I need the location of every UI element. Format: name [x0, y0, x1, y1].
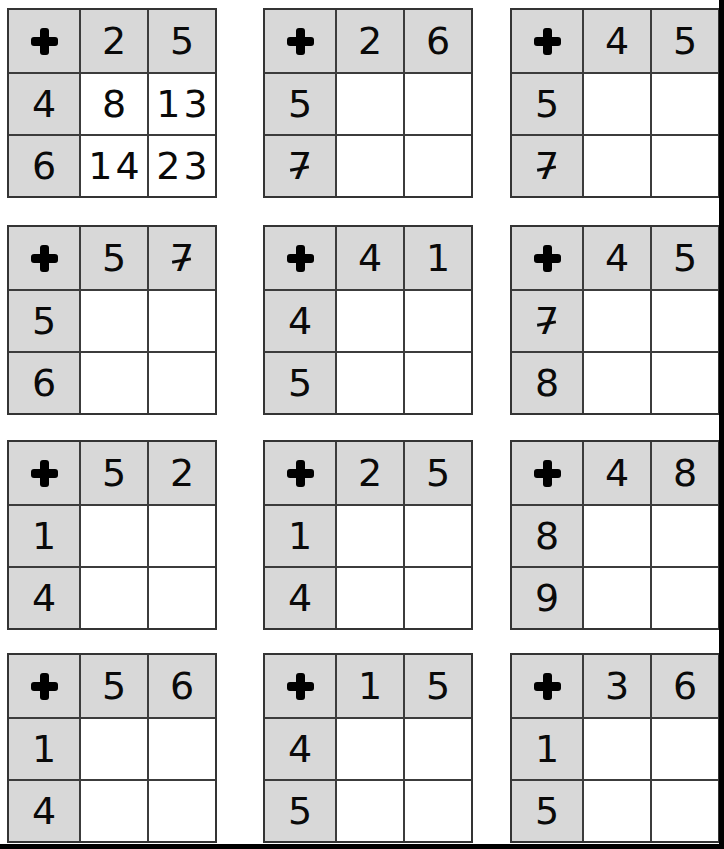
answer-cell-empty[interactable] [652, 781, 718, 841]
col-header-cell: 4 [584, 10, 650, 72]
answer-cell-empty[interactable] [584, 291, 650, 351]
addition-table-9: 4889 [510, 440, 720, 630]
row-header-cell: 4 [265, 291, 335, 351]
operator-cell [265, 10, 335, 72]
plus-operator-icon [534, 673, 561, 700]
row-header-cell: 7 [512, 136, 582, 196]
operator-cell [512, 10, 582, 72]
answer-cell-filled[interactable]: 23 [149, 136, 215, 196]
answer-cell-empty[interactable] [337, 291, 403, 351]
col-header-cell: 2 [337, 10, 403, 72]
scan-edge-right-bar [719, 0, 724, 849]
addition-table-12: 3615 [510, 653, 720, 843]
col-header-cell: 6 [405, 10, 471, 72]
answer-cell-empty[interactable] [584, 719, 650, 779]
row-header-cell: 1 [9, 506, 79, 566]
answer-cell-empty[interactable] [149, 781, 215, 841]
answer-cell-empty[interactable] [652, 136, 718, 196]
plus-operator-icon [287, 28, 314, 55]
row-header-cell: 5 [265, 74, 335, 134]
addition-table-1: 25481361423 [7, 8, 217, 198]
col-header-cell: 5 [81, 442, 147, 504]
row-header-cell: 7 [512, 291, 582, 351]
answer-cell-empty[interactable] [337, 781, 403, 841]
answer-cell-empty[interactable] [584, 136, 650, 196]
answer-cell-empty[interactable] [81, 506, 147, 566]
addition-table-5: 4145 [263, 225, 473, 415]
col-header-cell: 5 [405, 442, 471, 504]
row-header-cell: 5 [512, 74, 582, 134]
answer-cell-empty[interactable] [337, 506, 403, 566]
operator-cell [9, 655, 79, 717]
answer-cell-filled[interactable]: 14 [81, 136, 147, 196]
col-header-cell: 4 [584, 442, 650, 504]
answer-cell-filled[interactable]: 8 [81, 74, 147, 134]
col-header-cell: 3 [584, 655, 650, 717]
answer-cell-filled[interactable]: 13 [149, 74, 215, 134]
plus-operator-icon [31, 673, 58, 700]
addition-table-6: 4578 [510, 225, 720, 415]
operator-cell [9, 10, 79, 72]
addition-table-11: 1545 [263, 653, 473, 843]
col-header-cell: 2 [337, 442, 403, 504]
answer-cell-empty[interactable] [584, 506, 650, 566]
answer-cell-empty[interactable] [584, 353, 650, 413]
row-header-cell: 4 [9, 781, 79, 841]
col-header-cell: 4 [337, 227, 403, 289]
answer-cell-empty[interactable] [81, 568, 147, 628]
answer-cell-empty[interactable] [405, 136, 471, 196]
answer-cell-empty[interactable] [149, 506, 215, 566]
col-header-cell: 5 [652, 227, 718, 289]
answer-cell-empty[interactable] [149, 568, 215, 628]
row-header-cell: 6 [9, 136, 79, 196]
worksheet-page: 2548136142326574557575641454578521425144… [0, 0, 724, 849]
answer-cell-empty[interactable] [405, 719, 471, 779]
answer-cell-empty[interactable] [81, 291, 147, 351]
answer-cell-empty[interactable] [149, 353, 215, 413]
row-header-cell: 7 [265, 136, 335, 196]
answer-cell-empty[interactable] [652, 719, 718, 779]
answer-cell-empty[interactable] [81, 719, 147, 779]
addition-table-7: 5214 [7, 440, 217, 630]
answer-cell-empty[interactable] [337, 74, 403, 134]
answer-cell-empty[interactable] [81, 781, 147, 841]
operator-cell [512, 442, 582, 504]
addition-table-2: 2657 [263, 8, 473, 198]
answer-cell-empty[interactable] [149, 291, 215, 351]
operator-cell [9, 227, 79, 289]
col-header-cell: 8 [652, 442, 718, 504]
plus-operator-icon [287, 245, 314, 272]
answer-cell-empty[interactable] [405, 291, 471, 351]
answer-cell-empty[interactable] [81, 353, 147, 413]
answer-cell-empty[interactable] [405, 781, 471, 841]
operator-cell [512, 655, 582, 717]
plus-operator-icon [287, 673, 314, 700]
plus-operator-icon [31, 460, 58, 487]
col-header-cell: 5 [149, 10, 215, 72]
answer-cell-empty[interactable] [337, 568, 403, 628]
row-header-cell: 1 [9, 719, 79, 779]
plus-operator-icon [31, 28, 58, 55]
answer-cell-empty[interactable] [405, 506, 471, 566]
answer-cell-empty[interactable] [405, 568, 471, 628]
col-header-cell: 5 [81, 227, 147, 289]
plus-operator-icon [31, 245, 58, 272]
addition-table-8: 2514 [263, 440, 473, 630]
row-header-cell: 4 [265, 719, 335, 779]
answer-cell-empty[interactable] [405, 74, 471, 134]
answer-cell-empty[interactable] [337, 353, 403, 413]
plus-operator-icon [534, 460, 561, 487]
row-header-cell: 9 [512, 568, 582, 628]
answer-cell-empty[interactable] [652, 568, 718, 628]
col-header-cell: 5 [81, 655, 147, 717]
scan-edge-bottom-bar [0, 844, 724, 849]
row-header-cell: 5 [512, 781, 582, 841]
row-header-cell: 8 [512, 506, 582, 566]
answer-cell-empty[interactable] [337, 719, 403, 779]
col-header-cell: 1 [337, 655, 403, 717]
row-header-cell: 8 [512, 353, 582, 413]
addition-table-10: 5614 [7, 653, 217, 843]
col-header-cell: 7 [149, 227, 215, 289]
row-header-cell: 4 [9, 568, 79, 628]
col-header-cell: 1 [405, 227, 471, 289]
row-header-cell: 4 [265, 568, 335, 628]
col-header-cell: 6 [149, 655, 215, 717]
plus-operator-icon [287, 460, 314, 487]
col-header-cell: 4 [584, 227, 650, 289]
operator-cell [512, 227, 582, 289]
row-header-cell: 1 [265, 506, 335, 566]
answer-cell-empty[interactable] [149, 719, 215, 779]
answer-cell-empty[interactable] [405, 353, 471, 413]
col-header-cell: 6 [652, 655, 718, 717]
col-header-cell: 2 [149, 442, 215, 504]
answer-cell-empty[interactable] [652, 291, 718, 351]
plus-operator-icon [534, 28, 561, 55]
col-header-cell: 5 [652, 10, 718, 72]
operator-cell [265, 655, 335, 717]
answer-cell-empty[interactable] [652, 353, 718, 413]
addition-table-3: 4557 [510, 8, 720, 198]
row-header-cell: 5 [265, 781, 335, 841]
answer-cell-empty[interactable] [584, 74, 650, 134]
operator-cell [265, 442, 335, 504]
row-header-cell: 5 [265, 353, 335, 413]
row-header-cell: 6 [9, 353, 79, 413]
answer-cell-empty[interactable] [584, 568, 650, 628]
answer-cell-empty[interactable] [584, 781, 650, 841]
operator-cell [9, 442, 79, 504]
col-header-cell: 5 [405, 655, 471, 717]
operator-cell [265, 227, 335, 289]
answer-cell-empty[interactable] [652, 506, 718, 566]
answer-cell-empty[interactable] [652, 74, 718, 134]
answer-cell-empty[interactable] [337, 136, 403, 196]
plus-operator-icon [534, 245, 561, 272]
row-header-cell: 5 [9, 291, 79, 351]
row-header-cell: 4 [9, 74, 79, 134]
addition-table-4: 5756 [7, 225, 217, 415]
col-header-cell: 2 [81, 10, 147, 72]
row-header-cell: 1 [512, 719, 582, 779]
